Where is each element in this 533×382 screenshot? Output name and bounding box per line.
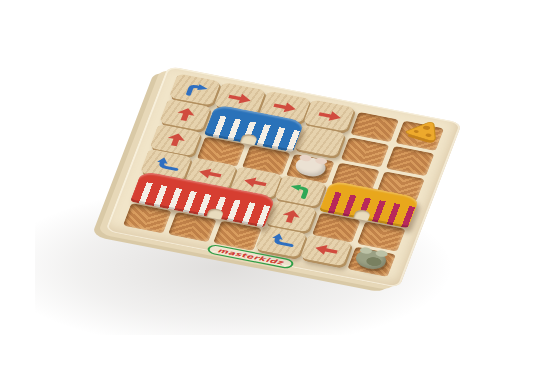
arrow-up-icon	[169, 105, 201, 125]
arrow-up-icon	[160, 130, 192, 150]
cell-r2c5[interactable]	[341, 137, 390, 167]
scene: masterkidz	[0, 0, 533, 382]
arrow-turn-up-icon	[265, 232, 297, 252]
cell-r1c6[interactable]	[395, 121, 444, 151]
white-mouse-piece[interactable]	[292, 155, 328, 178]
arrow-left-icon	[195, 164, 227, 184]
arrow-left-icon	[240, 172, 272, 192]
arrow-right-icon	[313, 106, 345, 126]
cell-r2c6[interactable]	[386, 146, 435, 176]
grey-mouse-piece[interactable]	[353, 248, 389, 271]
arrow-turn-right-icon	[179, 80, 211, 100]
arrow-right-icon	[269, 97, 301, 117]
arrow-right-icon	[224, 88, 256, 108]
arrow-turn-up-icon	[150, 155, 182, 175]
mouse-ear	[314, 157, 328, 165]
arrow-up-icon	[275, 206, 307, 226]
arrow-left-icon	[310, 240, 342, 260]
mouse-ear	[298, 154, 312, 162]
arrow-turn-left-icon	[285, 181, 317, 201]
